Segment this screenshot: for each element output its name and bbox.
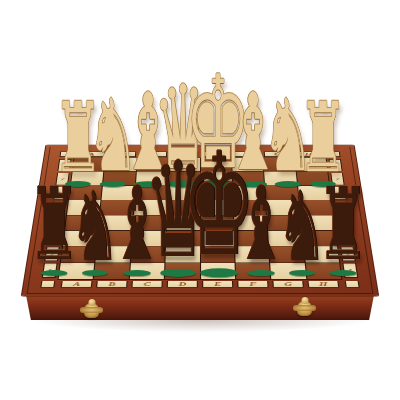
board-front-edge: [26, 295, 374, 320]
pieces-layer: ♜♞♝♛♚♝♞♜♜♞♝♛♚♝♞♜: [0, 0, 400, 400]
brass-latch-left: [84, 303, 99, 318]
chess-set-photo: ABCDEFGH 87654321 87654321 ABCDEFGH ♜♞♝♛…: [0, 0, 400, 400]
brass-latch-right: [297, 301, 312, 316]
piece-black-rook-h2[interactable]: ♜: [317, 175, 369, 275]
